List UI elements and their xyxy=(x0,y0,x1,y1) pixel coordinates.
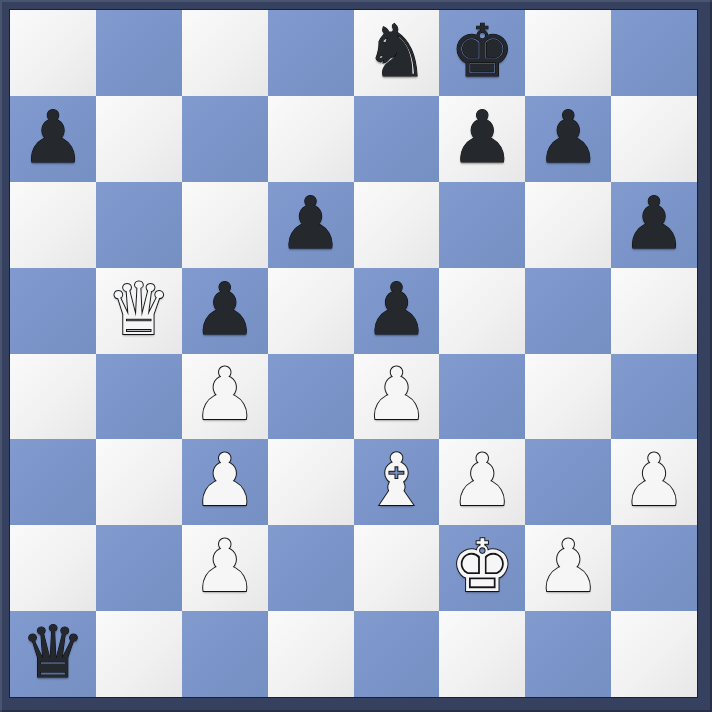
square-c8[interactable] xyxy=(182,10,268,96)
square-h3[interactable]: ♟ xyxy=(611,439,697,525)
square-d8[interactable] xyxy=(268,10,354,96)
piece-white-pawn-c4[interactable]: ♟ xyxy=(192,358,257,430)
piece-white-pawn-h3[interactable]: ♟ xyxy=(622,444,687,516)
piece-black-pawn-h6[interactable]: ♟ xyxy=(622,187,687,259)
square-h1[interactable] xyxy=(611,611,697,697)
piece-white-pawn-f3[interactable]: ♟ xyxy=(450,444,515,516)
square-c2[interactable]: ♟ xyxy=(182,525,268,611)
square-f5[interactable] xyxy=(439,268,525,354)
square-h2[interactable] xyxy=(611,525,697,611)
square-a7[interactable]: ♟ xyxy=(10,96,96,182)
square-b7[interactable] xyxy=(96,96,182,182)
piece-black-pawn-a7[interactable]: ♟ xyxy=(21,101,86,173)
piece-white-queen-b5[interactable]: ♛ xyxy=(107,273,172,345)
square-a2[interactable] xyxy=(10,525,96,611)
square-f8[interactable]: ♚ xyxy=(439,10,525,96)
square-h8[interactable] xyxy=(611,10,697,96)
piece-black-pawn-d6[interactable]: ♟ xyxy=(278,187,343,259)
square-g1[interactable] xyxy=(525,611,611,697)
square-d3[interactable] xyxy=(268,439,354,525)
square-a5[interactable] xyxy=(10,268,96,354)
chess-board: ♞♚♟♟♟♟♟♛♟♟♟♟♟♝♟♟♟♚♟♛ xyxy=(10,10,697,697)
square-g2[interactable]: ♟ xyxy=(525,525,611,611)
piece-white-pawn-c2[interactable]: ♟ xyxy=(192,530,257,602)
square-h7[interactable] xyxy=(611,96,697,182)
square-e3[interactable]: ♝ xyxy=(354,439,440,525)
piece-black-pawn-c5[interactable]: ♟ xyxy=(192,273,257,345)
piece-white-bishop-e3[interactable]: ♝ xyxy=(364,444,429,516)
square-b2[interactable] xyxy=(96,525,182,611)
square-b3[interactable] xyxy=(96,439,182,525)
square-g7[interactable]: ♟ xyxy=(525,96,611,182)
square-g6[interactable] xyxy=(525,182,611,268)
square-f6[interactable] xyxy=(439,182,525,268)
square-c3[interactable]: ♟ xyxy=(182,439,268,525)
piece-black-king-f8[interactable]: ♚ xyxy=(450,15,515,87)
square-g8[interactable] xyxy=(525,10,611,96)
square-e6[interactable] xyxy=(354,182,440,268)
square-d4[interactable] xyxy=(268,354,354,440)
piece-black-queen-a1[interactable]: ♛ xyxy=(21,616,86,688)
square-g4[interactable] xyxy=(525,354,611,440)
square-f1[interactable] xyxy=(439,611,525,697)
piece-black-knight-e8[interactable]: ♞ xyxy=(364,15,429,87)
square-d7[interactable] xyxy=(268,96,354,182)
square-b1[interactable] xyxy=(96,611,182,697)
square-b5[interactable]: ♛ xyxy=(96,268,182,354)
square-e2[interactable] xyxy=(354,525,440,611)
square-f7[interactable]: ♟ xyxy=(439,96,525,182)
piece-white-pawn-e4[interactable]: ♟ xyxy=(364,358,429,430)
square-d1[interactable] xyxy=(268,611,354,697)
square-a3[interactable] xyxy=(10,439,96,525)
square-c6[interactable] xyxy=(182,182,268,268)
square-g3[interactable] xyxy=(525,439,611,525)
square-c1[interactable] xyxy=(182,611,268,697)
square-f2[interactable]: ♚ xyxy=(439,525,525,611)
square-e5[interactable]: ♟ xyxy=(354,268,440,354)
square-g5[interactable] xyxy=(525,268,611,354)
piece-white-king-f2[interactable]: ♚ xyxy=(450,530,515,602)
square-d6[interactable]: ♟ xyxy=(268,182,354,268)
piece-black-pawn-f7[interactable]: ♟ xyxy=(450,101,515,173)
square-a6[interactable] xyxy=(10,182,96,268)
square-h4[interactable] xyxy=(611,354,697,440)
square-e4[interactable]: ♟ xyxy=(354,354,440,440)
square-d2[interactable] xyxy=(268,525,354,611)
square-h5[interactable] xyxy=(611,268,697,354)
piece-white-pawn-g2[interactable]: ♟ xyxy=(536,530,601,602)
square-c7[interactable] xyxy=(182,96,268,182)
square-e1[interactable] xyxy=(354,611,440,697)
square-f3[interactable]: ♟ xyxy=(439,439,525,525)
square-a1[interactable]: ♛ xyxy=(10,611,96,697)
square-d5[interactable] xyxy=(268,268,354,354)
piece-black-pawn-g7[interactable]: ♟ xyxy=(536,101,601,173)
square-b4[interactable] xyxy=(96,354,182,440)
piece-black-pawn-e5[interactable]: ♟ xyxy=(364,273,429,345)
square-b6[interactable] xyxy=(96,182,182,268)
piece-white-pawn-c3[interactable]: ♟ xyxy=(192,444,257,516)
chess-board-frame: ♞♚♟♟♟♟♟♛♟♟♟♟♟♝♟♟♟♚♟♛ xyxy=(0,0,712,712)
square-e7[interactable] xyxy=(354,96,440,182)
square-c5[interactable]: ♟ xyxy=(182,268,268,354)
square-e8[interactable]: ♞ xyxy=(354,10,440,96)
square-c4[interactable]: ♟ xyxy=(182,354,268,440)
square-a8[interactable] xyxy=(10,10,96,96)
square-b8[interactable] xyxy=(96,10,182,96)
square-f4[interactable] xyxy=(439,354,525,440)
square-a4[interactable] xyxy=(10,354,96,440)
square-h6[interactable]: ♟ xyxy=(611,182,697,268)
